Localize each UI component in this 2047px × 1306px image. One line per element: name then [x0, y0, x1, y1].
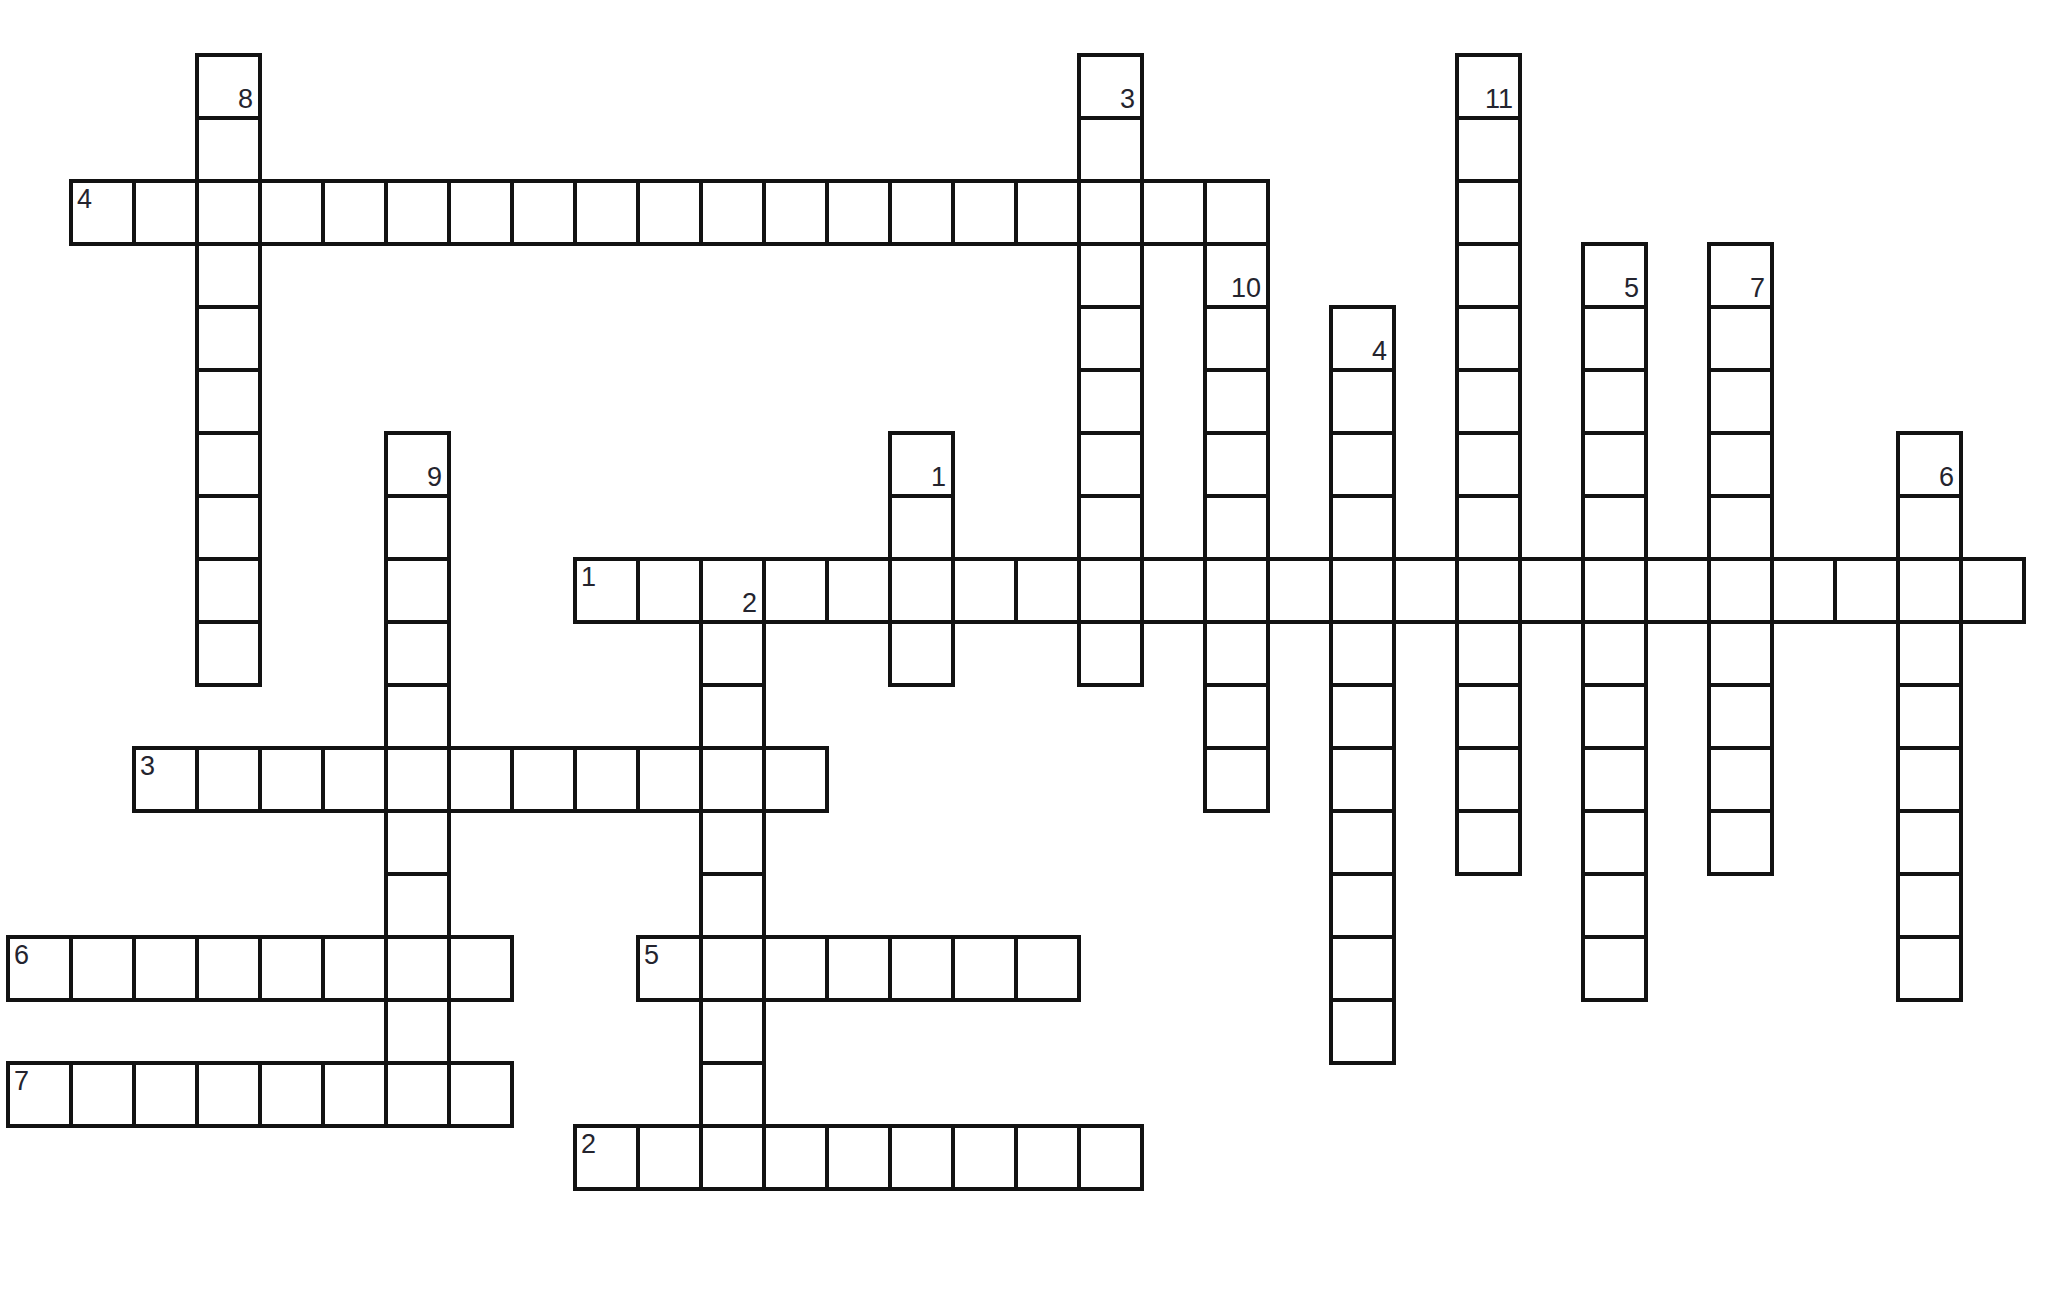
grid-cell[interactable]: [1896, 557, 1963, 624]
grid-cell[interactable]: [321, 1061, 388, 1128]
grid-cell[interactable]: [1896, 935, 1963, 1002]
grid-cell[interactable]: [699, 872, 766, 939]
grid-cell[interactable]: [510, 179, 577, 246]
grid-cell[interactable]: [447, 935, 514, 1002]
grid-cell[interactable]: [1077, 620, 1144, 687]
grid-cell[interactable]: [1581, 431, 1648, 498]
grid-cell[interactable]: [699, 683, 766, 750]
grid-cell[interactable]: [1077, 431, 1144, 498]
grid-cell[interactable]: [195, 431, 262, 498]
grid-cell[interactable]: [195, 368, 262, 435]
clue-number-4-across: 4: [77, 186, 92, 213]
grid-cell[interactable]: [1581, 305, 1648, 372]
grid-cell[interactable]: [1329, 746, 1396, 813]
grid-cell[interactable]: [1581, 557, 1648, 624]
grid-cell[interactable]: [1077, 1124, 1144, 1191]
grid-cell[interactable]: [1896, 494, 1963, 561]
grid-cell[interactable]: [1203, 620, 1270, 687]
clue-number-3-down: 3: [1120, 86, 1135, 113]
clue-number-6-across: 6: [14, 942, 29, 969]
grid-cell[interactable]: [699, 998, 766, 1065]
grid-cell[interactable]: [1329, 998, 1396, 1065]
grid-cell[interactable]: [384, 998, 451, 1065]
grid-cell[interactable]: [1203, 431, 1270, 498]
grid-cell[interactable]: 4: [1329, 305, 1396, 372]
grid-cell[interactable]: [1329, 872, 1396, 939]
grid-cell[interactable]: [636, 1124, 703, 1191]
grid-cell[interactable]: [1329, 620, 1396, 687]
grid-cell[interactable]: [384, 746, 451, 813]
grid-cell[interactable]: [573, 179, 640, 246]
clue-number-3-across: 3: [140, 753, 155, 780]
grid-cell[interactable]: [384, 494, 451, 561]
grid-cell[interactable]: [1455, 683, 1522, 750]
grid-cell[interactable]: [762, 1124, 829, 1191]
grid-cell[interactable]: [699, 620, 766, 687]
grid-cell[interactable]: [1203, 746, 1270, 813]
grid-cell[interactable]: [258, 935, 325, 1002]
grid-cell[interactable]: [510, 746, 577, 813]
grid-cell[interactable]: 1: [888, 431, 955, 498]
grid-cell[interactable]: [1077, 305, 1144, 372]
grid-cell[interactable]: [951, 1124, 1018, 1191]
grid-cell[interactable]: [1707, 431, 1774, 498]
clue-number-4-down: 4: [1372, 338, 1387, 365]
grid-cell[interactable]: [384, 683, 451, 750]
grid-cell[interactable]: [1329, 683, 1396, 750]
grid-cell[interactable]: [1707, 368, 1774, 435]
grid-cell[interactable]: [636, 557, 703, 624]
grid-cell[interactable]: [1077, 368, 1144, 435]
grid-cell[interactable]: [1959, 557, 2026, 624]
grid-cell[interactable]: [825, 179, 892, 246]
grid-cell[interactable]: [195, 116, 262, 183]
grid-cell[interactable]: [1455, 368, 1522, 435]
grid-cell[interactable]: [1581, 683, 1648, 750]
clue-number-9-down: 9: [427, 464, 442, 491]
grid-cell[interactable]: [1455, 179, 1522, 246]
grid-cell[interactable]: [1707, 557, 1774, 624]
grid-cell[interactable]: [762, 935, 829, 1002]
grid-cell[interactable]: [1455, 116, 1522, 183]
grid-cell[interactable]: [1896, 683, 1963, 750]
grid-cell[interactable]: [1203, 179, 1270, 246]
grid-cell[interactable]: [1329, 368, 1396, 435]
grid-cell[interactable]: [384, 1061, 451, 1128]
grid-cell[interactable]: [825, 557, 892, 624]
grid-cell[interactable]: [1203, 368, 1270, 435]
grid-cell[interactable]: [1455, 242, 1522, 309]
clue-number-1-down: 1: [931, 464, 946, 491]
grid-cell[interactable]: [1077, 116, 1144, 183]
grid-cell[interactable]: [69, 935, 136, 1002]
grid-cell[interactable]: [825, 935, 892, 1002]
crossword-grid: 41236572831110574916: [0, 0, 2047, 1306]
grid-cell[interactable]: [1077, 557, 1144, 624]
grid-cell[interactable]: [636, 179, 703, 246]
grid-cell[interactable]: [195, 179, 262, 246]
grid-cell[interactable]: 7: [1707, 242, 1774, 309]
grid-cell[interactable]: [195, 620, 262, 687]
grid-cell[interactable]: [1455, 620, 1522, 687]
grid-cell[interactable]: [195, 935, 262, 1002]
grid-cell[interactable]: 3: [132, 746, 199, 813]
grid-cell[interactable]: [1707, 620, 1774, 687]
grid-cell[interactable]: [384, 557, 451, 624]
grid-cell[interactable]: [699, 1061, 766, 1128]
grid-cell[interactable]: 5: [636, 935, 703, 1002]
grid-cell[interactable]: [888, 494, 955, 561]
grid-cell[interactable]: [1581, 494, 1648, 561]
grid-cell[interactable]: [1707, 494, 1774, 561]
grid-cell[interactable]: [384, 935, 451, 1002]
grid-cell[interactable]: 3: [1077, 53, 1144, 120]
grid-cell[interactable]: [1203, 305, 1270, 372]
grid-cell[interactable]: [1014, 935, 1081, 1002]
grid-cell[interactable]: [1896, 872, 1963, 939]
grid-cell[interactable]: [1266, 557, 1333, 624]
grid-cell[interactable]: 6: [1896, 431, 1963, 498]
clue-number-6-down: 6: [1939, 464, 1954, 491]
grid-cell[interactable]: [384, 179, 451, 246]
grid-cell[interactable]: [1581, 935, 1648, 1002]
grid-cell[interactable]: 2: [699, 557, 766, 624]
grid-cell[interactable]: [1707, 809, 1774, 876]
grid-cell[interactable]: [384, 872, 451, 939]
grid-cell[interactable]: [1203, 683, 1270, 750]
clue-number-7-down: 7: [1750, 275, 1765, 302]
grid-cell[interactable]: [195, 1061, 262, 1128]
grid-cell[interactable]: [1581, 872, 1648, 939]
grid-cell[interactable]: [951, 557, 1018, 624]
grid-cell[interactable]: [1581, 368, 1648, 435]
clue-number-8-down: 8: [238, 86, 253, 113]
grid-cell[interactable]: [1392, 557, 1459, 624]
grid-cell[interactable]: [888, 1124, 955, 1191]
grid-cell[interactable]: [1014, 179, 1081, 246]
grid-cell[interactable]: [1014, 557, 1081, 624]
grid-cell[interactable]: [888, 557, 955, 624]
grid-cell[interactable]: [1833, 557, 1900, 624]
grid-cell[interactable]: [1329, 431, 1396, 498]
grid-cell[interactable]: [447, 179, 514, 246]
grid-cell[interactable]: [762, 179, 829, 246]
grid-cell[interactable]: [1140, 557, 1207, 624]
grid-cell[interactable]: 2: [573, 1124, 640, 1191]
grid-cell[interactable]: [447, 746, 514, 813]
grid-cell[interactable]: [825, 1124, 892, 1191]
grid-cell[interactable]: [1518, 557, 1585, 624]
grid-cell[interactable]: [1077, 179, 1144, 246]
clue-number-7-across: 7: [14, 1068, 29, 1095]
grid-cell[interactable]: [762, 746, 829, 813]
grid-cell[interactable]: [384, 809, 451, 876]
grid-cell[interactable]: [132, 1061, 199, 1128]
grid-cell[interactable]: [1770, 557, 1837, 624]
grid-cell[interactable]: [384, 620, 451, 687]
grid-cell[interactable]: 9: [384, 431, 451, 498]
grid-cell[interactable]: [1581, 746, 1648, 813]
grid-cell[interactable]: [951, 179, 1018, 246]
grid-cell[interactable]: [1455, 557, 1522, 624]
grid-cell[interactable]: [1329, 557, 1396, 624]
grid-cell[interactable]: [321, 746, 388, 813]
grid-cell[interactable]: [1455, 431, 1522, 498]
grid-cell[interactable]: [258, 179, 325, 246]
grid-cell[interactable]: [321, 935, 388, 1002]
grid-cell[interactable]: [699, 809, 766, 876]
grid-cell[interactable]: [195, 746, 262, 813]
grid-cell[interactable]: [1707, 683, 1774, 750]
clue-number-2-across: 2: [581, 1131, 596, 1158]
grid-cell[interactable]: [69, 1061, 136, 1128]
grid-cell[interactable]: [1644, 557, 1711, 624]
grid-cell[interactable]: [195, 557, 262, 624]
grid-cell[interactable]: [1896, 809, 1963, 876]
clue-number-5-down: 5: [1624, 275, 1639, 302]
grid-cell[interactable]: [1707, 305, 1774, 372]
grid-cell[interactable]: [699, 179, 766, 246]
grid-cell[interactable]: [1455, 746, 1522, 813]
grid-cell[interactable]: 4: [69, 179, 136, 246]
grid-cell[interactable]: 7: [6, 1061, 73, 1128]
grid-cell[interactable]: [1707, 746, 1774, 813]
grid-cell[interactable]: [1896, 746, 1963, 813]
grid-cell[interactable]: [195, 494, 262, 561]
grid-cell[interactable]: [1077, 242, 1144, 309]
grid-cell[interactable]: [1896, 620, 1963, 687]
grid-cell[interactable]: [447, 1061, 514, 1128]
grid-cell[interactable]: [699, 746, 766, 813]
clue-number-11-down: 11: [1485, 86, 1513, 113]
grid-cell[interactable]: [258, 746, 325, 813]
grid-cell[interactable]: [951, 935, 1018, 1002]
clue-number-1-across: 1: [581, 564, 596, 591]
grid-cell[interactable]: [1329, 935, 1396, 1002]
clue-number-2-down: 2: [742, 590, 757, 617]
grid-cell[interactable]: [1014, 1124, 1081, 1191]
grid-cell[interactable]: [1455, 809, 1522, 876]
grid-cell[interactable]: [888, 935, 955, 1002]
grid-cell[interactable]: 6: [6, 935, 73, 1002]
grid-cell[interactable]: 10: [1203, 242, 1270, 309]
grid-cell[interactable]: [888, 179, 955, 246]
grid-cell[interactable]: 11: [1455, 53, 1522, 120]
grid-cell[interactable]: [195, 305, 262, 372]
grid-cell[interactable]: [699, 935, 766, 1002]
grid-cell[interactable]: [132, 179, 199, 246]
grid-cell[interactable]: [258, 1061, 325, 1128]
grid-cell[interactable]: 1: [573, 557, 640, 624]
grid-cell[interactable]: [1203, 494, 1270, 561]
clue-number-10-down: 10: [1231, 275, 1261, 302]
grid-cell[interactable]: [636, 746, 703, 813]
grid-cell[interactable]: [1203, 557, 1270, 624]
grid-cell[interactable]: [1581, 809, 1648, 876]
grid-cell[interactable]: [888, 620, 955, 687]
grid-cell[interactable]: 8: [195, 53, 262, 120]
grid-cell[interactable]: [699, 1124, 766, 1191]
grid-cell[interactable]: [1329, 494, 1396, 561]
grid-cell[interactable]: [1329, 809, 1396, 876]
grid-cell[interactable]: [1455, 305, 1522, 372]
grid-cell[interactable]: 5: [1581, 242, 1648, 309]
grid-cell[interactable]: [321, 179, 388, 246]
grid-cell[interactable]: [132, 935, 199, 1002]
grid-cell[interactable]: [762, 557, 829, 624]
clue-number-5-across: 5: [644, 942, 659, 969]
grid-cell[interactable]: [573, 746, 640, 813]
grid-cell[interactable]: [1455, 494, 1522, 561]
grid-cell[interactable]: [1077, 494, 1144, 561]
grid-cell[interactable]: [1581, 620, 1648, 687]
grid-cell[interactable]: [195, 242, 262, 309]
grid-cell[interactable]: [1140, 179, 1207, 246]
